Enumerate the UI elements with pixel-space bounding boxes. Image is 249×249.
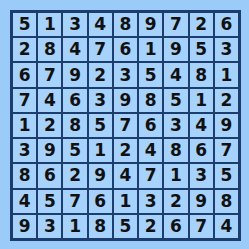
- sudoku-cell[interactable]: 6: [139, 114, 162, 137]
- sudoku-cell[interactable]: 1: [89, 139, 112, 162]
- sudoku-cell[interactable]: 9: [114, 89, 137, 112]
- sudoku-cell[interactable]: 7: [38, 63, 61, 86]
- sudoku-cell[interactable]: 4: [215, 215, 238, 238]
- sudoku-cell[interactable]: 3: [114, 63, 137, 86]
- sudoku-cell[interactable]: 4: [38, 89, 61, 112]
- sudoku-cell[interactable]: 1: [139, 38, 162, 61]
- sudoku-cell[interactable]: 8: [164, 139, 187, 162]
- sudoku-cell[interactable]: 9: [38, 139, 61, 162]
- sudoku-cell[interactable]: 5: [63, 139, 86, 162]
- sudoku-cell[interactable]: 5: [38, 190, 61, 213]
- sudoku-cell[interactable]: 5: [190, 38, 213, 61]
- sudoku-cell[interactable]: 5: [164, 89, 187, 112]
- sudoku-cell[interactable]: 6: [63, 89, 86, 112]
- sudoku-cell[interactable]: 5: [215, 164, 238, 187]
- sudoku-cell[interactable]: 9: [89, 164, 112, 187]
- sudoku-cell[interactable]: 2: [13, 38, 36, 61]
- sudoku-cell[interactable]: 5: [139, 63, 162, 86]
- sudoku-app-background: 5134897262847619536792354817463985121285…: [0, 0, 249, 249]
- sudoku-cell[interactable]: 1: [63, 215, 86, 238]
- sudoku-cell[interactable]: 3: [89, 89, 112, 112]
- sudoku-cell[interactable]: 5: [89, 114, 112, 137]
- sudoku-cell[interactable]: 4: [190, 114, 213, 137]
- sudoku-cell[interactable]: 6: [114, 38, 137, 61]
- sudoku-cell[interactable]: 7: [139, 164, 162, 187]
- sudoku-cell[interactable]: 2: [139, 215, 162, 238]
- sudoku-cell[interactable]: 2: [215, 89, 238, 112]
- sudoku-cell[interactable]: 1: [38, 13, 61, 36]
- sudoku-cell[interactable]: 8: [215, 190, 238, 213]
- sudoku-cell[interactable]: 9: [190, 190, 213, 213]
- sudoku-cell[interactable]: 4: [114, 164, 137, 187]
- sudoku-cell[interactable]: 7: [164, 13, 187, 36]
- sudoku-cell[interactable]: 6: [215, 13, 238, 36]
- sudoku-cell[interactable]: 9: [164, 38, 187, 61]
- sudoku-cell[interactable]: 4: [63, 38, 86, 61]
- sudoku-cell[interactable]: 4: [164, 63, 187, 86]
- sudoku-cell[interactable]: 6: [89, 190, 112, 213]
- sudoku-cell[interactable]: 3: [215, 38, 238, 61]
- sudoku-cell[interactable]: 2: [38, 114, 61, 137]
- sudoku-cell[interactable]: 3: [190, 164, 213, 187]
- sudoku-cell[interactable]: 5: [13, 13, 36, 36]
- sudoku-cell[interactable]: 8: [38, 38, 61, 61]
- sudoku-cell[interactable]: 2: [89, 63, 112, 86]
- sudoku-cell[interactable]: 2: [164, 190, 187, 213]
- sudoku-cell[interactable]: 2: [190, 13, 213, 36]
- sudoku-cell[interactable]: 2: [114, 139, 137, 162]
- sudoku-cell[interactable]: 7: [114, 114, 137, 137]
- sudoku-cell[interactable]: 1: [13, 114, 36, 137]
- sudoku-cell[interactable]: 9: [139, 13, 162, 36]
- sudoku-cell[interactable]: 6: [190, 139, 213, 162]
- sudoku-cell[interactable]: 7: [63, 190, 86, 213]
- sudoku-cell[interactable]: 8: [139, 89, 162, 112]
- sudoku-cell[interactable]: 1: [190, 89, 213, 112]
- sudoku-cell[interactable]: 2: [63, 164, 86, 187]
- sudoku-cell[interactable]: 7: [215, 139, 238, 162]
- sudoku-cell[interactable]: 1: [164, 164, 187, 187]
- sudoku-cell[interactable]: 7: [13, 89, 36, 112]
- sudoku-cell[interactable]: 6: [13, 63, 36, 86]
- sudoku-cell[interactable]: 3: [63, 13, 86, 36]
- sudoku-board: 5134897262847619536792354817463985121285…: [10, 10, 241, 241]
- sudoku-cell[interactable]: 8: [63, 114, 86, 137]
- sudoku-cell[interactable]: 9: [215, 114, 238, 137]
- sudoku-cell[interactable]: 3: [164, 114, 187, 137]
- sudoku-cell[interactable]: 3: [38, 215, 61, 238]
- sudoku-cell[interactable]: 5: [114, 215, 137, 238]
- sudoku-cell[interactable]: 8: [190, 63, 213, 86]
- sudoku-cell[interactable]: 9: [13, 215, 36, 238]
- sudoku-cell[interactable]: 1: [215, 63, 238, 86]
- sudoku-cell[interactable]: 4: [13, 190, 36, 213]
- sudoku-cell[interactable]: 4: [89, 13, 112, 36]
- sudoku-cell[interactable]: 7: [190, 215, 213, 238]
- sudoku-cell[interactable]: 3: [139, 190, 162, 213]
- sudoku-cell[interactable]: 3: [13, 139, 36, 162]
- sudoku-cell[interactable]: 6: [164, 215, 187, 238]
- sudoku-cell[interactable]: 6: [38, 164, 61, 187]
- sudoku-cell[interactable]: 4: [139, 139, 162, 162]
- sudoku-cell[interactable]: 8: [114, 13, 137, 36]
- sudoku-cell[interactable]: 1: [114, 190, 137, 213]
- sudoku-cell[interactable]: 8: [13, 164, 36, 187]
- sudoku-cell[interactable]: 8: [89, 215, 112, 238]
- sudoku-cell[interactable]: 9: [63, 63, 86, 86]
- sudoku-cell[interactable]: 7: [89, 38, 112, 61]
